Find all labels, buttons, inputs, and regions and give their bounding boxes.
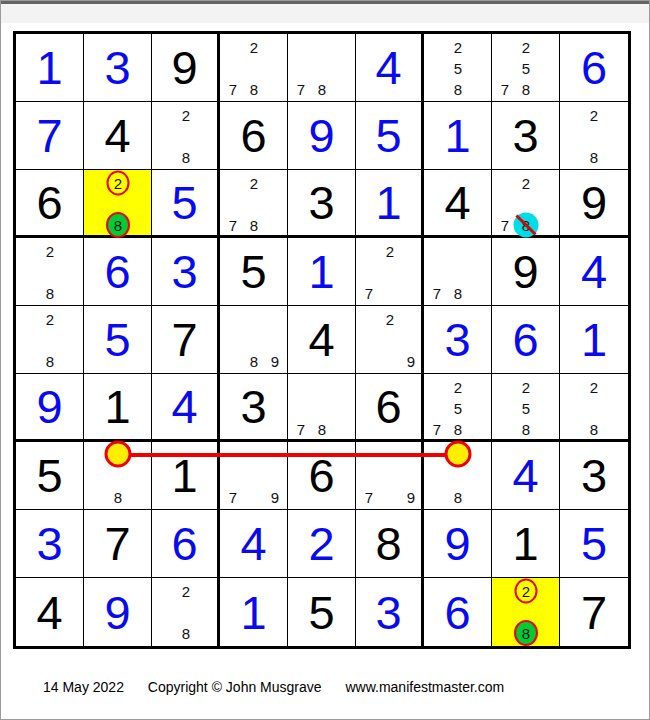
given-digit: 9 (492, 238, 559, 305)
cell-r2c6[interactable]: 5 (356, 102, 424, 170)
candidate-digit: 2 (386, 312, 394, 327)
cell-r1c1[interactable]: 1 (16, 34, 84, 102)
solved-digit: 4 (220, 510, 287, 577)
candidate-digit: 8 (522, 82, 530, 97)
candidate-digit: 5 (522, 401, 530, 416)
cell-r3c8[interactable]: 278 (492, 170, 560, 238)
candidate-digit: 8 (182, 150, 190, 165)
cell-r9c2[interactable]: 9 (84, 578, 152, 646)
candidate-digit: 8 (46, 286, 54, 301)
cell-r2c3[interactable]: 28 (152, 102, 220, 170)
solved-digit: 6 (84, 238, 151, 305)
cell-r2c7[interactable]: 1 (424, 102, 492, 170)
given-digit: 5 (16, 442, 83, 509)
candidate-digit: 2 (454, 40, 462, 55)
given-digit: 6 (220, 102, 287, 169)
cell-r6c7[interactable]: 2578 (424, 374, 492, 442)
candidate-digit: 2 (590, 108, 598, 123)
candidate-digit: 7 (297, 422, 305, 437)
candidate-digit: 2 (182, 584, 190, 599)
strong-link-line (118, 453, 458, 457)
cell-r6c4[interactable]: 3 (220, 374, 288, 442)
candidate-digit: 8 (590, 422, 598, 437)
candidate-digit: 7 (433, 422, 441, 437)
given-digit: 7 (152, 306, 217, 373)
candidate-digit: 2 (454, 380, 462, 395)
solved-digit: 5 (152, 170, 217, 235)
given-digit: 8 (356, 510, 421, 577)
candidate-digit: 7 (297, 82, 305, 97)
candidate-digit: 8 (250, 82, 258, 97)
cell-r5c6[interactable]: 29 (356, 306, 424, 374)
candidate-digit: 8 (522, 626, 530, 641)
cell-r5c8[interactable]: 6 (492, 306, 560, 374)
solved-digit: 6 (492, 306, 559, 373)
cell-r9c5[interactable]: 5 (288, 578, 356, 646)
cell-r5c1[interactable]: 28 (16, 306, 84, 374)
cell-r3c7[interactable]: 4 (424, 170, 492, 238)
cell-r8c6[interactable]: 8 (356, 510, 424, 578)
solved-digit: 6 (152, 510, 217, 577)
candidate-digit: 2 (522, 380, 530, 395)
footer-website: www.manifestmaster.com (345, 679, 504, 695)
cell-r6c6[interactable]: 6 (356, 374, 424, 442)
candidate-digit: 2 (250, 40, 258, 55)
cell-r9c6[interactable]: 3 (356, 578, 424, 646)
cell-r8c3[interactable]: 6 (152, 510, 220, 578)
candidate-digit: 5 (454, 61, 462, 76)
given-digit: 4 (288, 306, 355, 373)
cell-r1c5[interactable]: 78 (288, 34, 356, 102)
candidate-digit: 7 (433, 286, 441, 301)
cell-r5c7[interactable]: 3 (424, 306, 492, 374)
solved-digit: 3 (356, 578, 421, 646)
cell-r4c2[interactable]: 6 (84, 238, 152, 306)
cell-r8c8[interactable]: 1 (492, 510, 560, 578)
solved-digit: 6 (560, 34, 628, 101)
candidate-digit: 7 (501, 82, 509, 97)
candidate-digit: 2 (114, 176, 122, 191)
solved-digit: 4 (356, 34, 421, 101)
cell-r8c2[interactable]: 7 (84, 510, 152, 578)
cell-r1c2[interactable]: 3 (84, 34, 152, 102)
cell-r5c2[interactable]: 5 (84, 306, 152, 374)
candidate-digit: 7 (229, 218, 237, 233)
candidate-digit: 7 (501, 218, 509, 233)
given-digit: 4 (16, 578, 83, 646)
cell-r4c1[interactable]: 28 (16, 238, 84, 306)
cell-r9c1[interactable]: 4 (16, 578, 84, 646)
solved-digit: 4 (152, 374, 217, 439)
cell-r7c9[interactable]: 3 (560, 442, 628, 510)
cell-r3c2[interactable]: 28 (84, 170, 152, 238)
cell-r5c3[interactable]: 7 (152, 306, 220, 374)
solved-digit: 1 (220, 578, 287, 646)
candidate-digit: 8 (454, 82, 462, 97)
candidate-digit: 2 (522, 176, 530, 191)
footer-copyright: Copyright © John Musgrave (148, 679, 322, 695)
candidate-digit: 8 (590, 150, 598, 165)
solved-digit: 1 (288, 238, 355, 305)
cell-r9c9[interactable]: 7 (560, 578, 628, 646)
given-digit: 5 (220, 238, 287, 305)
cell-r9c7[interactable]: 6 (424, 578, 492, 646)
candidate-digit: 8 (182, 626, 190, 641)
cell-r1c7[interactable]: 258 (424, 34, 492, 102)
solved-digit: 4 (560, 238, 628, 305)
cell-r8c1[interactable]: 3 (16, 510, 84, 578)
cell-r6c1[interactable]: 9 (16, 374, 84, 442)
cell-r9c3[interactable]: 28 (152, 578, 220, 646)
cell-r9c4[interactable]: 1 (220, 578, 288, 646)
cell-r6c9[interactable]: 28 (560, 374, 628, 442)
candidate-digit: 8 (454, 422, 462, 437)
cell-r6c5[interactable]: 78 (288, 374, 356, 442)
candidate-digit: 8 (114, 218, 122, 233)
solved-digit: 3 (424, 306, 491, 373)
solved-digit: 5 (84, 306, 151, 373)
cell-r2c9[interactable]: 28 (560, 102, 628, 170)
candidate-digit: 2 (250, 176, 258, 191)
cell-r8c4[interactable]: 4 (220, 510, 288, 578)
candidate-digit: 7 (229, 82, 237, 97)
cell-r6c3[interactable]: 4 (152, 374, 220, 442)
cell-r3c6[interactable]: 1 (356, 170, 424, 238)
solved-digit: 3 (84, 34, 151, 101)
cell-r2c5[interactable]: 9 (288, 102, 356, 170)
given-digit: 4 (424, 170, 491, 235)
cell-r4c9[interactable]: 4 (560, 238, 628, 306)
cell-r7c8[interactable]: 4 (492, 442, 560, 510)
given-digit: 5 (288, 578, 355, 646)
cell-r2c8[interactable]: 3 (492, 102, 560, 170)
candidate-digit: 9 (407, 490, 415, 505)
cell-r3c9[interactable]: 9 (560, 170, 628, 238)
solved-digit: 3 (152, 238, 217, 305)
cell-r3c4[interactable]: 278 (220, 170, 288, 238)
given-digit: 3 (288, 170, 355, 235)
candidate-digit: 2 (590, 380, 598, 395)
candidate-digit: 8 (250, 354, 258, 369)
candidate-digit: 2 (522, 584, 530, 599)
candidate-digit: 5 (522, 61, 530, 76)
candidate-digit: 8 (318, 422, 326, 437)
cell-r1c6[interactable]: 4 (356, 34, 424, 102)
candidate-digit: 2 (46, 244, 54, 259)
given-digit: 1 (84, 374, 151, 439)
given-digit: 4 (84, 102, 151, 169)
cell-r6c8[interactable]: 258 (492, 374, 560, 442)
cell-r3c5[interactable]: 3 (288, 170, 356, 238)
cell-r5c5[interactable]: 4 (288, 306, 356, 374)
solved-digit: 4 (492, 442, 559, 509)
cell-r8c5[interactable]: 2 (288, 510, 356, 578)
cell-r1c4[interactable]: 278 (220, 34, 288, 102)
cell-r4c7[interactable]: 78 (424, 238, 492, 306)
cell-r1c8[interactable]: 2578 (492, 34, 560, 102)
footer-date: 14 May 2022 (43, 679, 124, 695)
yellow-disc-mark (445, 441, 472, 468)
candidate-digit: 7 (229, 490, 237, 505)
candidate-digit: 2 (386, 244, 394, 259)
candidate-digit: 7 (365, 286, 373, 301)
candidate-digit: 8 (250, 218, 258, 233)
solved-digit: 9 (84, 578, 151, 646)
solved-digit: 6 (424, 578, 491, 646)
cell-r2c2[interactable]: 4 (84, 102, 152, 170)
cell-r4c3[interactable]: 3 (152, 238, 220, 306)
candidate-digit: 8 (46, 354, 54, 369)
candidate-digit: 2 (522, 40, 530, 55)
sudoku-board: 1392787842582578674286951328628527831427… (13, 31, 631, 649)
solved-digit: 3 (16, 510, 83, 577)
solved-digit: 9 (288, 102, 355, 169)
candidate-digit: 8 (522, 422, 530, 437)
cell-r8c9[interactable]: 5 (560, 510, 628, 578)
solved-digit: 1 (560, 306, 628, 373)
given-digit: 3 (560, 442, 628, 509)
cell-r4c5[interactable]: 1 (288, 238, 356, 306)
cell-r6c2[interactable]: 1 (84, 374, 152, 442)
cell-r4c8[interactable]: 9 (492, 238, 560, 306)
solved-digit: 5 (560, 510, 628, 577)
given-digit: 6 (356, 374, 421, 439)
given-digit: 7 (84, 510, 151, 577)
cell-r5c9[interactable]: 1 (560, 306, 628, 374)
given-digit: 3 (220, 374, 287, 439)
candidate-digit: 7 (365, 490, 373, 505)
given-digit: 9 (152, 34, 217, 101)
yellow-disc-mark (105, 441, 132, 468)
candidate-digit: 5 (454, 401, 462, 416)
solved-digit: 1 (424, 102, 491, 169)
candidate-digit: 2 (182, 108, 190, 123)
given-digit: 3 (492, 102, 559, 169)
solved-digit: 1 (16, 34, 83, 101)
cell-r2c1[interactable]: 7 (16, 102, 84, 170)
candidate-digit: 9 (271, 490, 279, 505)
cell-r8c7[interactable]: 9 (424, 510, 492, 578)
candidate-digit: 8 (114, 490, 122, 505)
cell-r3c3[interactable]: 5 (152, 170, 220, 238)
footer: 14 May 2022 Copyright © John Musgrave ww… (43, 679, 524, 695)
given-digit: 1 (492, 510, 559, 577)
solved-digit: 9 (424, 510, 491, 577)
cell-r4c6[interactable]: 27 (356, 238, 424, 306)
cell-r9c8[interactable]: 28 (492, 578, 560, 646)
candidate-digit: 2 (46, 312, 54, 327)
candidate-digit: 9 (407, 354, 415, 369)
given-digit: 6 (16, 170, 83, 235)
cell-r1c9[interactable]: 6 (560, 34, 628, 102)
solved-digit: 9 (16, 374, 83, 439)
window-titlebar (1, 1, 649, 23)
candidate-digit: 9 (271, 354, 279, 369)
cell-r5c4[interactable]: 89 (220, 306, 288, 374)
cell-r2c4[interactable]: 6 (220, 102, 288, 170)
solved-digit: 5 (356, 102, 421, 169)
candidate-digit: 8 (454, 490, 462, 505)
given-digit: 9 (560, 170, 628, 235)
candidate-digit: 8 (454, 286, 462, 301)
cell-r7c1[interactable]: 5 (16, 442, 84, 510)
solved-digit: 2 (288, 510, 355, 577)
given-digit: 7 (560, 578, 628, 646)
candidate-digit: 8 (318, 82, 326, 97)
cell-r3c1[interactable]: 6 (16, 170, 84, 238)
cell-r1c3[interactable]: 9 (152, 34, 220, 102)
solved-digit: 1 (356, 170, 421, 235)
solved-digit: 7 (16, 102, 83, 169)
app-window: 1392787842582578674286951328628527831427… (0, 0, 650, 720)
cell-r4c4[interactable]: 5 (220, 238, 288, 306)
